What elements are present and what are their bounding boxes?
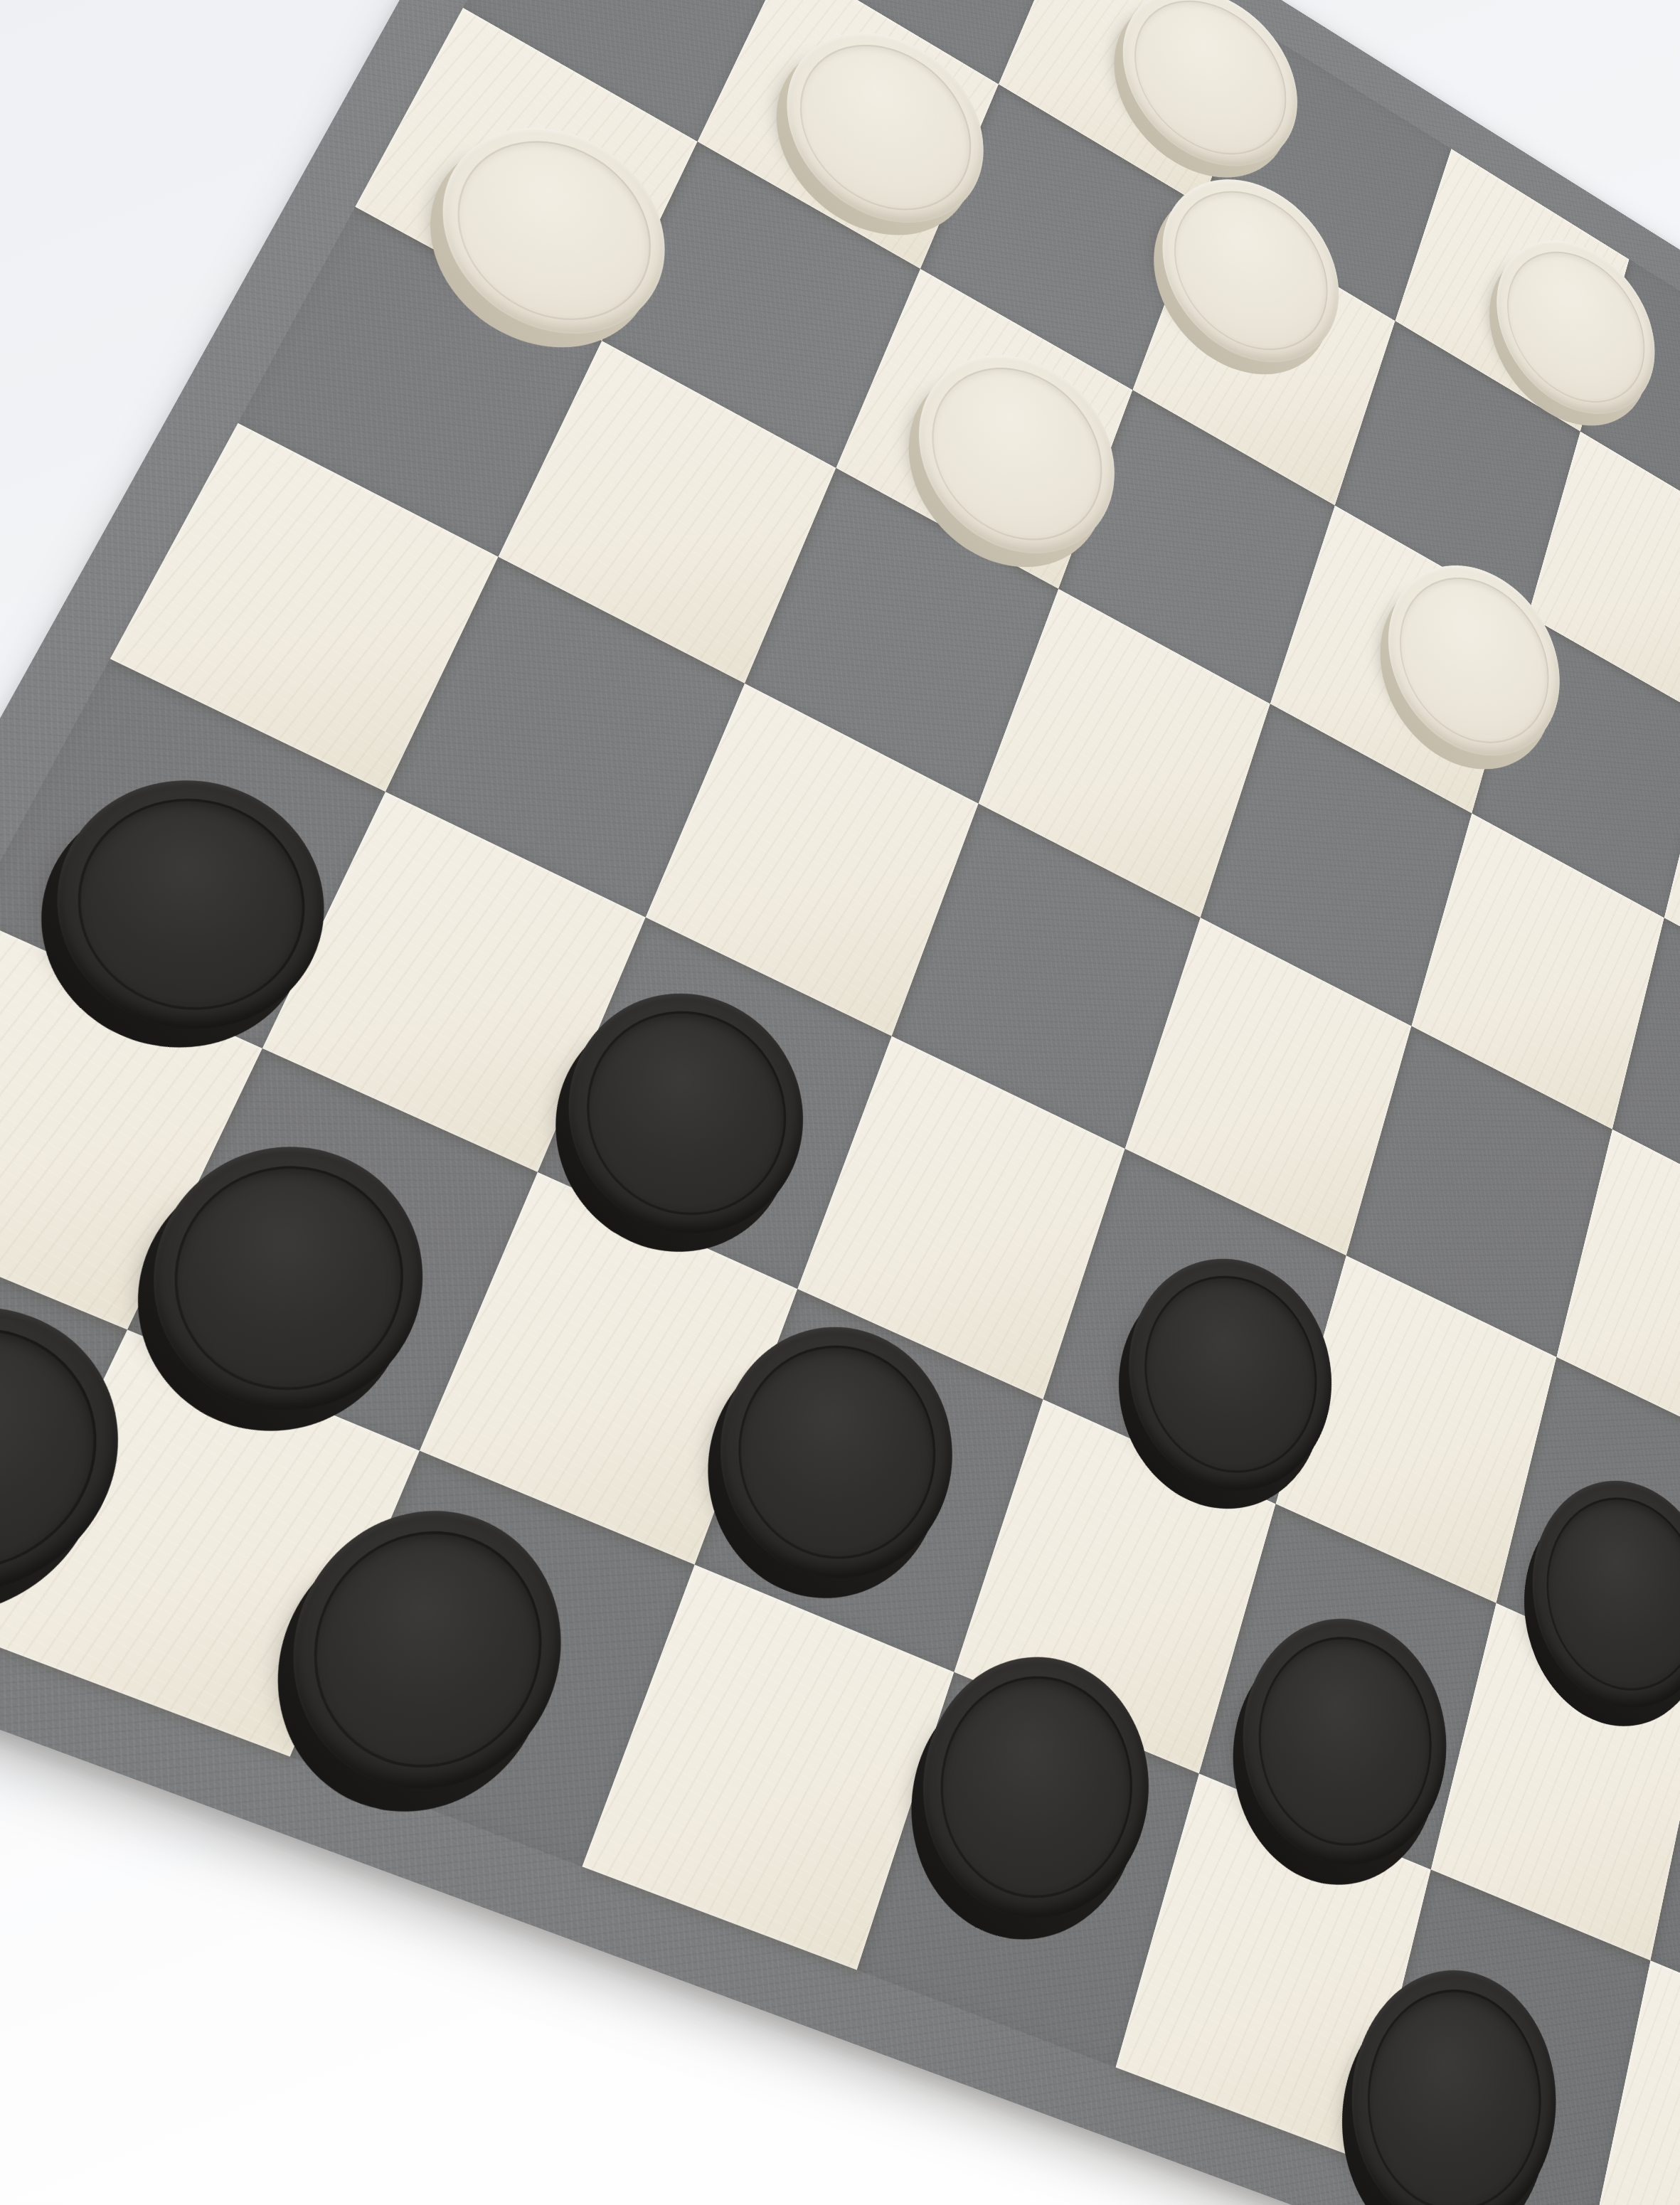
felt-board-mat [0,0,1680,2205]
photo-scene [0,0,1680,2205]
checkerboard [0,0,1680,2205]
